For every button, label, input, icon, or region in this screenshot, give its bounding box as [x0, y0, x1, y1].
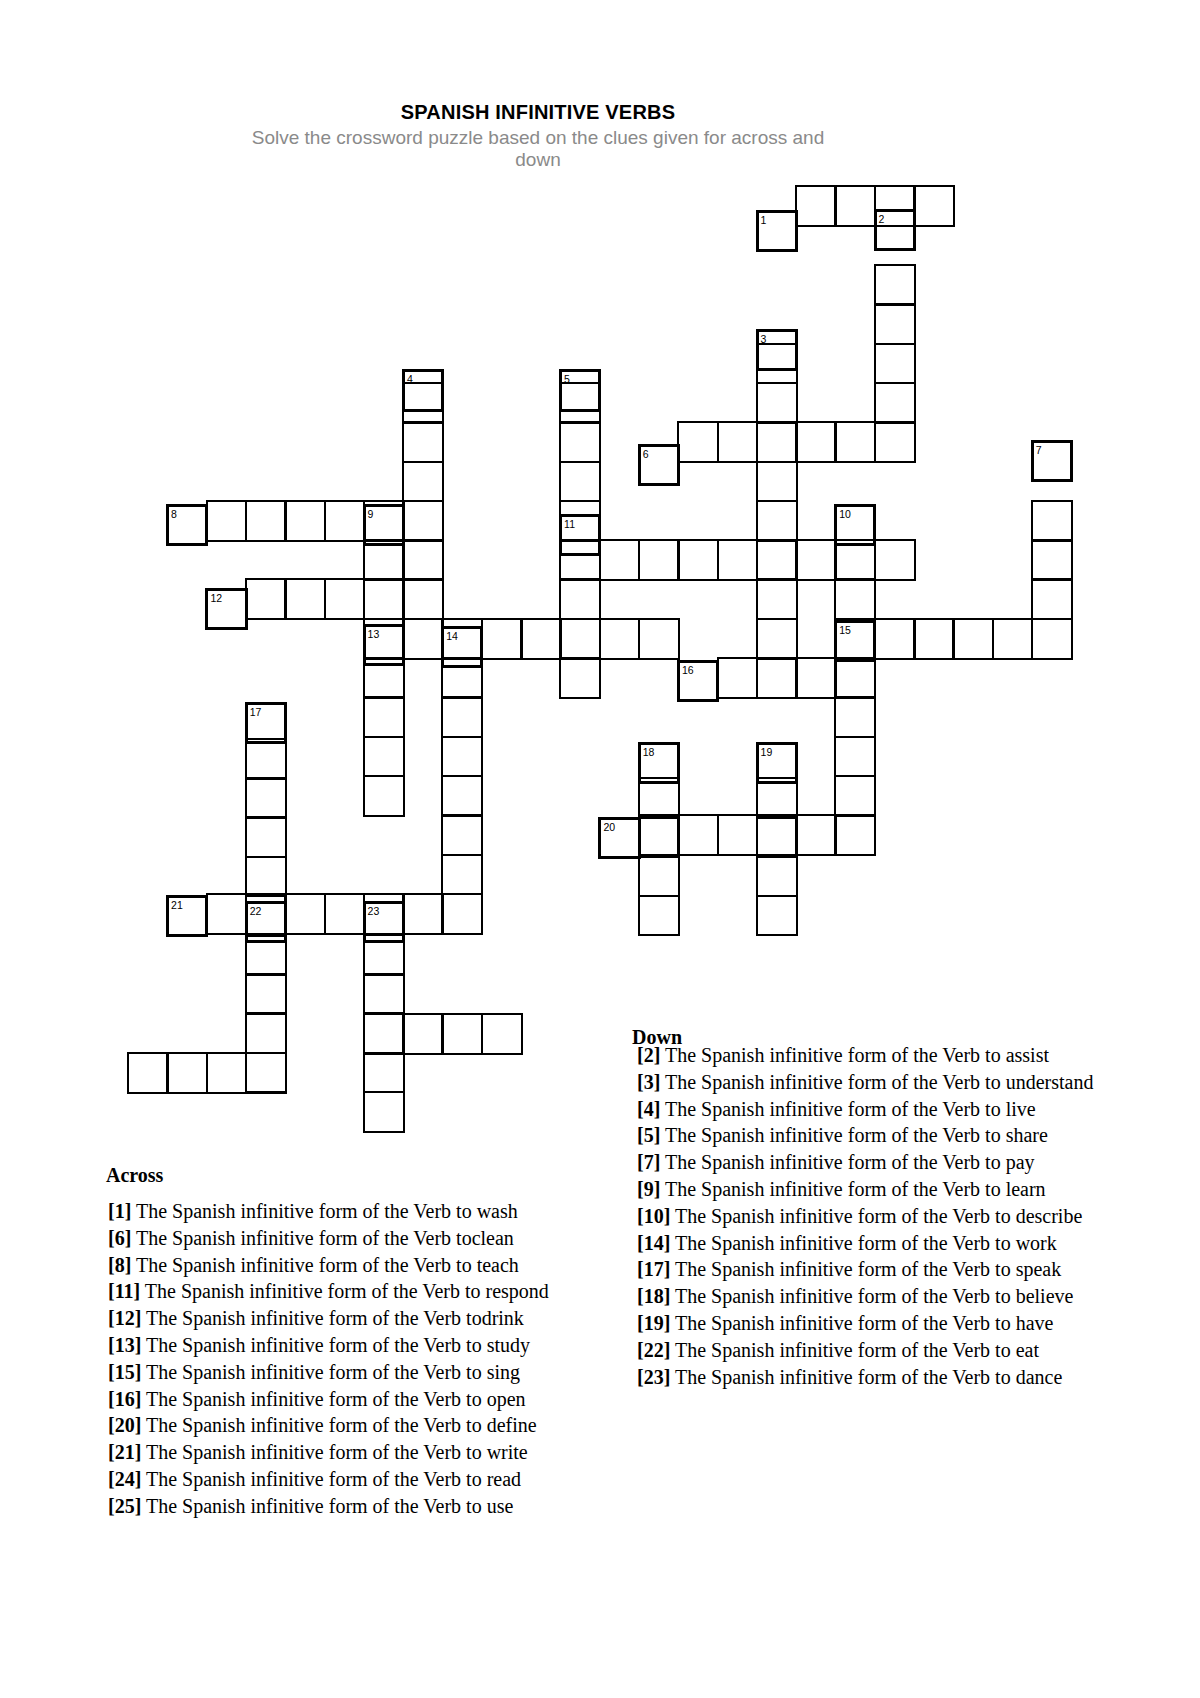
down-clue-23: [23] The Spanish infinitive form of the …	[637, 1365, 1062, 1389]
grid-cell-7-down-1[interactable]	[1031, 539, 1073, 581]
clue-number-label-20: 20	[603, 821, 615, 833]
across-clue-number-24: [24]	[108, 1468, 141, 1490]
grid-cell-6-across-4[interactable]	[834, 421, 876, 463]
grid-cell-13-across-5[interactable]	[599, 618, 641, 660]
clue-number-label-16: 16	[682, 664, 694, 676]
grid-cell-8-across-1[interactable]	[245, 500, 287, 542]
grid-cell-6-across-5[interactable]	[874, 421, 916, 463]
number-cell-14[interactable]: 14	[441, 626, 483, 668]
grid-cell-19-down-3[interactable]	[756, 895, 798, 937]
grid-cell-7-down-2[interactable]	[1031, 578, 1073, 620]
number-cell-21[interactable]: 21	[166, 895, 208, 937]
across-clue-number-8: [8]	[108, 1254, 131, 1276]
down-clue-number-2: [2]	[637, 1044, 660, 1066]
grid-cell-3-down-7[interactable]	[756, 618, 798, 660]
grid-cell-14-down-3[interactable]	[441, 775, 483, 817]
number-cell-18[interactable]: 18	[638, 742, 680, 784]
grid-cell-19-down-2[interactable]	[756, 855, 798, 897]
down-clue-4: [4] The Spanish infinitive form of the V…	[637, 1097, 1036, 1121]
grid-cell-3-down-4[interactable]	[756, 500, 798, 542]
grid-cell-3-down-1[interactable]	[756, 382, 798, 424]
grid-cell-24-across-1[interactable]	[402, 1013, 444, 1055]
across-clue-number-12: [12]	[108, 1307, 141, 1329]
grid-cell-4-down-4[interactable]	[402, 539, 444, 581]
grid-cell-16-across-0[interactable]	[717, 657, 759, 699]
grid-cell-6-across-3[interactable]	[795, 421, 837, 463]
grid-cell-8-across-3[interactable]	[324, 500, 366, 542]
grid-cell-21-across-6[interactable]	[441, 893, 483, 935]
grid-cell-10-down-5[interactable]	[834, 736, 876, 778]
grid-cell-11-across-5[interactable]	[795, 539, 837, 581]
clue-number-label-13: 13	[368, 628, 380, 640]
grid-cell-5-down-7[interactable]	[559, 657, 601, 699]
number-cell-7[interactable]: 7	[1031, 440, 1073, 482]
clue-number-label-19: 19	[761, 746, 773, 758]
number-cell-12[interactable]: 12	[205, 588, 247, 630]
down-clue-9: [9] The Spanish infinitive form of the V…	[637, 1177, 1046, 1201]
grid-cell-12-across-3[interactable]	[363, 578, 405, 620]
grid-cell-14-down-5[interactable]	[441, 854, 483, 896]
grid-cell-18-down-2[interactable]	[638, 855, 680, 897]
clue-number-label-12: 12	[210, 592, 222, 604]
number-cell-1[interactable]: 1	[756, 210, 798, 252]
number-cell-10[interactable]: 10	[834, 504, 876, 546]
grid-cell-11-across-3[interactable]	[717, 539, 759, 581]
across-clue-number-1: [1]	[108, 1200, 131, 1222]
grid-cell-9-down-4[interactable]	[363, 696, 405, 738]
down-clue-number-22: [22]	[637, 1339, 670, 1361]
grid-cell-24-across-0[interactable]	[363, 1013, 405, 1055]
down-clue-5: [5] The Spanish infinitive form of the V…	[637, 1123, 1048, 1147]
number-cell-3[interactable]: 3	[756, 329, 798, 371]
across-clue-number-6: [6]	[108, 1227, 131, 1249]
number-cell-5[interactable]: 5	[559, 369, 601, 411]
grid-cell-20-across-2[interactable]	[717, 814, 759, 856]
clue-number-label-7: 7	[1036, 444, 1042, 456]
down-clue-number-3: [3]	[637, 1071, 660, 1093]
grid-cell-8-across-0[interactable]	[206, 500, 248, 542]
grid-cell-11-across-0[interactable]	[599, 539, 641, 581]
grid-cell-20-across-3[interactable]	[756, 814, 798, 856]
grid-cell-23-down-3[interactable]	[363, 1052, 405, 1094]
number-cell-22[interactable]: 22	[245, 901, 287, 943]
grid-cell-16-across-3[interactable]	[834, 657, 876, 699]
clue-number-label-6: 6	[643, 448, 649, 460]
number-cell-6[interactable]: 6	[638, 444, 680, 486]
grid-cell-10-down-6[interactable]	[834, 775, 876, 817]
grid-cell-1-across-0[interactable]	[795, 185, 837, 227]
clue-number-label-15: 15	[839, 624, 851, 636]
grid-cell-8-across-2[interactable]	[284, 500, 326, 542]
number-cell-11[interactable]: 11	[559, 514, 601, 556]
grid-cell-25-across-0[interactable]	[127, 1052, 169, 1094]
grid-cell-5-down-2[interactable]	[559, 461, 601, 503]
number-cell-16[interactable]: 16	[677, 660, 719, 702]
grid-cell-12-across-1[interactable]	[284, 578, 326, 620]
grid-cell-2-down-2[interactable]	[874, 343, 916, 385]
grid-cell-2-down-3[interactable]	[874, 382, 916, 424]
number-cell-9[interactable]: 9	[363, 504, 405, 546]
across-clue-20: [20] The Spanish infinitive form of the …	[108, 1413, 537, 1437]
grid-cell-21-across-5[interactable]	[402, 893, 444, 935]
across-clue-16: [16] The Spanish infinitive form of the …	[108, 1387, 526, 1411]
grid-cell-15-across-3[interactable]	[992, 618, 1034, 660]
across-clue-1: [1] The Spanish infinitive form of the V…	[108, 1199, 518, 1223]
grid-cell-24-across-2[interactable]	[441, 1013, 483, 1055]
grid-cell-24-across-3[interactable]	[481, 1013, 523, 1055]
down-clues-section: Down [2] The Spanish infinitive form of …	[632, 1026, 1112, 1396]
across-clue-15: [15] The Spanish infinitive form of the …	[108, 1360, 520, 1384]
down-clue-7: [7] The Spanish infinitive form of the V…	[637, 1150, 1035, 1174]
across-clues-section: Across [1] The Spanish infinitive form o…	[106, 1164, 586, 1534]
clue-number-label-8: 8	[171, 508, 177, 520]
number-cell-13[interactable]: 13	[363, 624, 405, 666]
grid-cell-6-across-2[interactable]	[756, 421, 798, 463]
down-clue-number-17: [17]	[637, 1258, 670, 1280]
down-clue-number-14: [14]	[637, 1232, 670, 1254]
down-clue-14: [14] The Spanish infinitive form of the …	[637, 1231, 1057, 1255]
across-clue-number-16: [16]	[108, 1388, 141, 1410]
across-clue-number-15: [15]	[108, 1361, 141, 1383]
grid-cell-4-down-5[interactable]	[402, 578, 444, 620]
grid-cell-25-across-2[interactable]	[206, 1052, 248, 1094]
down-clue-19: [19] The Spanish infinitive form of the …	[637, 1311, 1053, 1335]
across-heading: Across	[106, 1164, 586, 1187]
across-clue-11: [11] The Spanish infinitive form of the …	[108, 1279, 549, 1303]
clue-number-label-2: 2	[879, 213, 885, 225]
number-cell-15[interactable]: 15	[834, 620, 876, 662]
grid-cell-22-down-2[interactable]	[245, 1012, 287, 1054]
down-clue-number-23: [23]	[637, 1366, 670, 1388]
clue-number-label-1: 1	[761, 214, 767, 226]
clue-number-label-21: 21	[171, 899, 183, 911]
clue-number-label-14: 14	[446, 630, 458, 642]
down-clue-number-4: [4]	[637, 1098, 660, 1120]
grid-cell-12-across-2[interactable]	[324, 578, 366, 620]
down-clue-number-5: [5]	[637, 1124, 660, 1146]
grid-cell-25-across-1[interactable]	[166, 1052, 208, 1094]
clue-number-label-11: 11	[564, 518, 575, 530]
across-clue-21: [21] The Spanish infinitive form of the …	[108, 1440, 528, 1464]
down-clue-17: [17] The Spanish infinitive form of the …	[637, 1257, 1061, 1281]
grid-cell-23-down-4[interactable]	[363, 1091, 405, 1133]
grid-cell-6-across-1[interactable]	[717, 421, 759, 463]
grid-cell-17-down-1[interactable]	[245, 777, 287, 819]
grid-cell-18-down-3[interactable]	[638, 895, 680, 937]
down-clue-18: [18] The Spanish infinitive form of the …	[637, 1284, 1073, 1308]
grid-cell-8-across-5[interactable]	[402, 500, 444, 542]
clue-number-label-22: 22	[250, 905, 262, 917]
clue-number-label-10: 10	[839, 508, 851, 520]
across-clue-6: [6] The Spanish infinitive form of the V…	[108, 1226, 514, 1250]
number-cell-4[interactable]: 4	[402, 369, 444, 411]
grid-cell-6-across-0[interactable]	[677, 421, 719, 463]
number-cell-20[interactable]: 20	[598, 817, 640, 859]
grid-cell-21-across-0[interactable]	[206, 893, 248, 935]
grid-cell-10-down-4[interactable]	[834, 696, 876, 738]
across-clue-24: [24] The Spanish infinitive form of the …	[108, 1467, 521, 1491]
down-clue-number-7: [7]	[637, 1151, 660, 1173]
grid-cell-15-across-0[interactable]	[874, 618, 916, 660]
across-clue-number-11: [11]	[108, 1280, 140, 1302]
grid-cell-12-across-0[interactable]	[245, 578, 287, 620]
grid-cell-7-down-0[interactable]	[1031, 500, 1073, 542]
grid-cell-21-across-3[interactable]	[324, 893, 366, 935]
number-cell-2[interactable]: 2	[874, 209, 916, 251]
clue-number-label-3: 3	[761, 333, 767, 345]
grid-cell-13-across-4[interactable]	[559, 618, 601, 660]
grid-cell-16-across-1[interactable]	[756, 657, 798, 699]
grid-cell-23-down-1[interactable]	[363, 973, 405, 1015]
grid-cell-2-down-0[interactable]	[874, 264, 916, 306]
grid-cell-14-down-4[interactable]	[441, 814, 483, 856]
clue-number-label-23: 23	[368, 905, 380, 917]
grid-cell-14-down-1[interactable]	[441, 696, 483, 738]
grid-cell-10-down-1[interactable]	[834, 578, 876, 620]
grid-cell-20-across-4[interactable]	[795, 814, 837, 856]
clue-number-label-17: 17	[250, 706, 262, 718]
grid-cell-4-down-2[interactable]	[402, 461, 444, 503]
down-clue-number-19: [19]	[637, 1312, 670, 1334]
grid-cell-20-across-1[interactable]	[677, 814, 719, 856]
grid-cell-1-across-3[interactable]	[913, 185, 955, 227]
number-cell-23[interactable]: 23	[363, 901, 405, 943]
down-clue-number-9: [9]	[637, 1178, 660, 1200]
grid-cell-14-down-2[interactable]	[441, 736, 483, 778]
across-clue-number-20: [20]	[108, 1414, 141, 1436]
clue-number-label-18: 18	[643, 746, 655, 758]
across-clue-number-21: [21]	[108, 1441, 141, 1463]
across-clue-number-13: [13]	[108, 1334, 141, 1356]
grid-cell-20-across-5[interactable]	[834, 814, 876, 856]
clue-number-label-5: 5	[564, 373, 570, 385]
grid-cell-17-down-0[interactable]	[245, 738, 287, 780]
grid-cell-5-down-1[interactable]	[559, 421, 601, 463]
down-clue-10: [10] The Spanish infinitive form of the …	[637, 1204, 1082, 1228]
across-clue-8: [8] The Spanish infinitive form of the V…	[108, 1253, 519, 1277]
grid-cell-15-across-2[interactable]	[952, 618, 994, 660]
grid-cell-15-across-1[interactable]	[913, 618, 955, 660]
grid-cell-3-down-3[interactable]	[756, 461, 798, 503]
grid-cell-9-down-6[interactable]	[363, 775, 405, 817]
number-cell-17[interactable]: 17	[245, 702, 287, 744]
clue-number-label-4: 4	[407, 373, 413, 385]
number-cell-8[interactable]: 8	[166, 504, 208, 546]
down-clue-3: [3] The Spanish infinitive form of the V…	[637, 1070, 1093, 1094]
grid-cell-11-across-2[interactable]	[677, 539, 719, 581]
across-clue-25: [25] The Spanish infinitive form of the …	[108, 1494, 513, 1518]
down-clue-number-10: [10]	[637, 1205, 670, 1227]
grid-cell-25-across-3[interactable]	[245, 1052, 287, 1094]
grid-cell-2-down-1[interactable]	[874, 303, 916, 345]
grid-cell-13-across-2[interactable]	[481, 618, 523, 660]
grid-cell-15-across-4[interactable]	[1031, 618, 1073, 660]
grid-cell-20-across-0[interactable]	[638, 814, 680, 856]
grid-cell-16-across-2[interactable]	[795, 657, 837, 699]
number-cell-19[interactable]: 19	[756, 742, 798, 784]
across-clue-12: [12] The Spanish infinitive form of the …	[108, 1306, 524, 1330]
grid-cell-11-across-4[interactable]	[756, 539, 798, 581]
grid-cell-17-down-3[interactable]	[245, 856, 287, 898]
down-clue-22: [22] The Spanish infinitive form of the …	[637, 1338, 1039, 1362]
grid-cell-17-down-2[interactable]	[245, 816, 287, 858]
down-clue-2: [2] The Spanish infinitive form of the V…	[637, 1043, 1049, 1067]
grid-cell-13-across-3[interactable]	[520, 618, 562, 660]
grid-cell-3-down-6[interactable]	[756, 578, 798, 620]
grid-cell-21-across-2[interactable]	[284, 893, 326, 935]
grid-cell-11-across-7[interactable]	[874, 539, 916, 581]
grid-cell-13-across-6[interactable]	[638, 618, 680, 660]
grid-cell-1-across-1[interactable]	[834, 185, 876, 227]
grid-cell-5-down-5[interactable]	[559, 578, 601, 620]
clue-number-label-9: 9	[368, 508, 374, 520]
grid-cell-13-across-0[interactable]	[402, 618, 444, 660]
grid-cell-22-down-1[interactable]	[245, 973, 287, 1015]
across-clue-number-25: [25]	[108, 1495, 141, 1517]
across-clue-13: [13] The Spanish infinitive form of the …	[108, 1333, 530, 1357]
grid-cell-4-down-1[interactable]	[402, 421, 444, 463]
down-clue-number-18: [18]	[637, 1285, 670, 1307]
grid-cell-9-down-5[interactable]	[363, 736, 405, 778]
grid-cell-11-across-1[interactable]	[638, 539, 680, 581]
